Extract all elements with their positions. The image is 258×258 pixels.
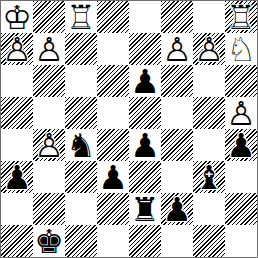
black-knight[interactable]: ♞ — [65, 129, 97, 161]
square-d7[interactable] — [97, 33, 129, 65]
square-g6[interactable] — [193, 65, 225, 97]
square-e2[interactable]: ♜ — [129, 193, 161, 225]
square-f6[interactable] — [161, 65, 193, 97]
square-d4[interactable] — [97, 129, 129, 161]
square-d8[interactable] — [97, 1, 129, 33]
square-c2[interactable] — [65, 193, 97, 225]
square-c4[interactable]: ♞ — [65, 129, 97, 161]
square-d6[interactable] — [97, 65, 129, 97]
white-pawn[interactable]: ♟♙ — [33, 129, 65, 161]
square-g5[interactable] — [193, 97, 225, 129]
square-c3[interactable] — [65, 161, 97, 193]
white-pawn[interactable]: ♟♙ — [33, 33, 65, 65]
square-h7[interactable]: ♞♘ — [225, 33, 257, 65]
square-a7[interactable]: ♟♙ — [1, 33, 33, 65]
square-h1[interactable] — [225, 225, 257, 257]
square-g3[interactable]: ♝ — [193, 161, 225, 193]
white-king[interactable]: ♚♔ — [1, 1, 33, 33]
square-b4[interactable]: ♟♙ — [33, 129, 65, 161]
square-b8[interactable] — [33, 1, 65, 33]
square-g8[interactable] — [193, 1, 225, 33]
square-f2[interactable]: ♟ — [161, 193, 193, 225]
square-b2[interactable] — [33, 193, 65, 225]
square-e1[interactable] — [129, 225, 161, 257]
square-f7[interactable]: ♟♙ — [161, 33, 193, 65]
square-d5[interactable] — [97, 97, 129, 129]
square-e7[interactable] — [129, 33, 161, 65]
black-pawn[interactable]: ♟ — [225, 129, 257, 161]
square-d2[interactable] — [97, 193, 129, 225]
square-c5[interactable] — [65, 97, 97, 129]
square-g7[interactable]: ♟♙ — [193, 33, 225, 65]
square-a5[interactable] — [1, 97, 33, 129]
square-g2[interactable] — [193, 193, 225, 225]
square-b3[interactable] — [33, 161, 65, 193]
square-a2[interactable] — [1, 193, 33, 225]
white-pawn[interactable]: ♟♙ — [193, 33, 225, 65]
square-f8[interactable] — [161, 1, 193, 33]
square-c6[interactable] — [65, 65, 97, 97]
square-h3[interactable] — [225, 161, 257, 193]
square-h2[interactable] — [225, 193, 257, 225]
square-d3[interactable]: ♟ — [97, 161, 129, 193]
square-c7[interactable] — [65, 33, 97, 65]
square-c1[interactable] — [65, 225, 97, 257]
square-b1[interactable]: ♚ — [33, 225, 65, 257]
square-a1[interactable] — [1, 225, 33, 257]
square-h6[interactable] — [225, 65, 257, 97]
black-pawn[interactable]: ♟ — [129, 65, 161, 97]
white-rook[interactable]: ♜♖ — [65, 1, 97, 33]
square-f5[interactable] — [161, 97, 193, 129]
square-e6[interactable]: ♟ — [129, 65, 161, 97]
white-rook[interactable]: ♜♖ — [225, 1, 257, 33]
square-a8[interactable]: ♚♔ — [1, 1, 33, 33]
square-c8[interactable]: ♜♖ — [65, 1, 97, 33]
black-king[interactable]: ♚ — [33, 225, 65, 257]
chess-board: ♚♔♜♖♜♖♟♙♟♙♟♙♟♙♞♘♟♟♙♟♙♞♟♟♟♟♝♜♟♚ — [0, 0, 258, 258]
square-e5[interactable] — [129, 97, 161, 129]
black-pawn[interactable]: ♟ — [129, 129, 161, 161]
square-a4[interactable] — [1, 129, 33, 161]
black-pawn[interactable]: ♟ — [161, 193, 193, 225]
white-pawn[interactable]: ♟♙ — [1, 33, 33, 65]
black-pawn[interactable]: ♟ — [97, 161, 129, 193]
black-bishop[interactable]: ♝ — [193, 161, 225, 193]
square-g1[interactable] — [193, 225, 225, 257]
square-b6[interactable] — [33, 65, 65, 97]
black-rook[interactable]: ♜ — [129, 193, 161, 225]
square-f3[interactable] — [161, 161, 193, 193]
square-e8[interactable] — [129, 1, 161, 33]
square-e4[interactable]: ♟ — [129, 129, 161, 161]
square-d1[interactable] — [97, 225, 129, 257]
white-pawn[interactable]: ♟♙ — [161, 33, 193, 65]
square-f1[interactable] — [161, 225, 193, 257]
square-g4[interactable] — [193, 129, 225, 161]
square-a3[interactable]: ♟ — [1, 161, 33, 193]
white-pawn[interactable]: ♟♙ — [225, 97, 257, 129]
square-h5[interactable]: ♟♙ — [225, 97, 257, 129]
black-pawn[interactable]: ♟ — [1, 161, 33, 193]
square-h4[interactable]: ♟ — [225, 129, 257, 161]
square-b7[interactable]: ♟♙ — [33, 33, 65, 65]
white-knight[interactable]: ♞♘ — [225, 33, 257, 65]
square-a6[interactable] — [1, 65, 33, 97]
square-e3[interactable] — [129, 161, 161, 193]
square-h8[interactable]: ♜♖ — [225, 1, 257, 33]
square-f4[interactable] — [161, 129, 193, 161]
square-b5[interactable] — [33, 97, 65, 129]
